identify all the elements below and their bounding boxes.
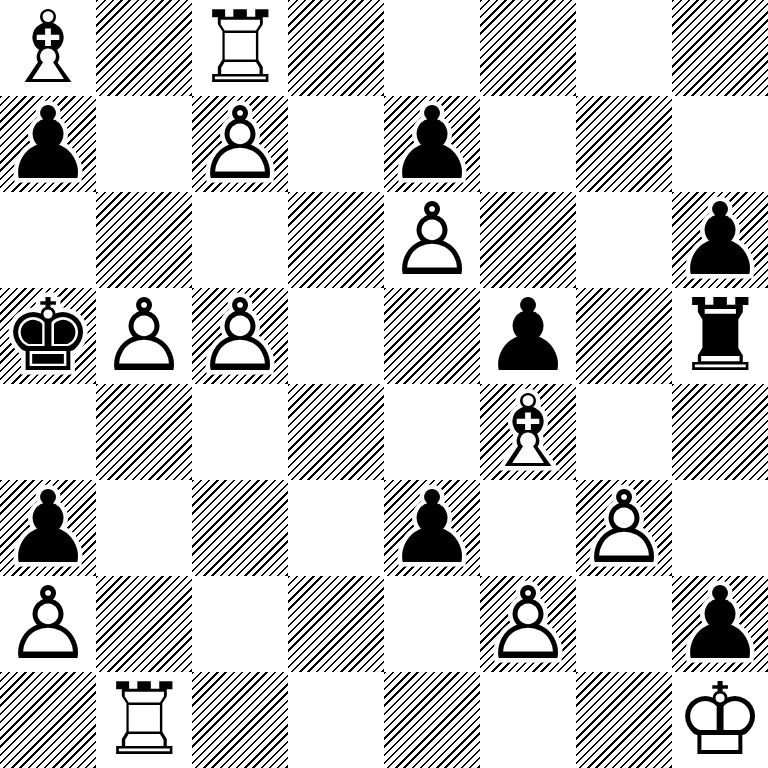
chess-board: ♝♗♜♖♟♟♟♙♟♟♟♙♟♟♚♚♟♙♟♙♟♟♜♜♝♗♟♟♟♟♟♙♟♙♟♙♟♟♜♖… bbox=[0, 0, 768, 768]
square-h8[interactable] bbox=[672, 0, 768, 96]
square-f3[interactable] bbox=[480, 480, 576, 576]
square-e4[interactable] bbox=[384, 384, 480, 480]
white-pawn-piece[interactable]: ♙ bbox=[0, 576, 96, 672]
square-d6[interactable] bbox=[288, 192, 384, 288]
square-h2[interactable]: ♟♟ bbox=[672, 576, 768, 672]
square-g5[interactable] bbox=[576, 288, 672, 384]
black-pawn-piece[interactable]: ♟ bbox=[672, 576, 768, 672]
square-d7[interactable] bbox=[288, 96, 384, 192]
square-b1[interactable]: ♜♖ bbox=[96, 672, 192, 768]
square-c7[interactable]: ♟♙ bbox=[192, 96, 288, 192]
square-h7[interactable] bbox=[672, 96, 768, 192]
square-c1[interactable] bbox=[192, 672, 288, 768]
square-e3[interactable]: ♟♟ bbox=[384, 480, 480, 576]
square-g6[interactable] bbox=[576, 192, 672, 288]
square-e7[interactable]: ♟♟ bbox=[384, 96, 480, 192]
square-h3[interactable] bbox=[672, 480, 768, 576]
square-g3[interactable]: ♟♙ bbox=[576, 480, 672, 576]
square-d3[interactable] bbox=[288, 480, 384, 576]
white-rook-piece[interactable]: ♖ bbox=[192, 0, 288, 96]
square-d8[interactable] bbox=[288, 0, 384, 96]
white-pawn-piece[interactable]: ♙ bbox=[576, 480, 672, 576]
white-rook-piece[interactable]: ♖ bbox=[96, 672, 192, 768]
square-h6[interactable]: ♟♟ bbox=[672, 192, 768, 288]
square-f7[interactable] bbox=[480, 96, 576, 192]
square-e1[interactable] bbox=[384, 672, 480, 768]
square-f4[interactable]: ♝♗ bbox=[480, 384, 576, 480]
square-c4[interactable] bbox=[192, 384, 288, 480]
square-e6[interactable]: ♟♙ bbox=[384, 192, 480, 288]
square-b8[interactable] bbox=[96, 0, 192, 96]
square-f6[interactable] bbox=[480, 192, 576, 288]
square-a4[interactable] bbox=[0, 384, 96, 480]
black-pawn-piece[interactable]: ♟ bbox=[0, 480, 96, 576]
white-bishop-piece[interactable]: ♗ bbox=[0, 0, 96, 96]
black-pawn-piece[interactable]: ♟ bbox=[0, 96, 96, 192]
white-king-piece[interactable]: ♔ bbox=[672, 672, 768, 768]
square-g8[interactable] bbox=[576, 0, 672, 96]
square-a6[interactable] bbox=[0, 192, 96, 288]
white-bishop-piece[interactable]: ♗ bbox=[480, 384, 576, 480]
square-b2[interactable] bbox=[96, 576, 192, 672]
square-a5[interactable]: ♚♚ bbox=[0, 288, 96, 384]
square-f5[interactable]: ♟♟ bbox=[480, 288, 576, 384]
square-f1[interactable] bbox=[480, 672, 576, 768]
square-g1[interactable] bbox=[576, 672, 672, 768]
square-c5[interactable]: ♟♙ bbox=[192, 288, 288, 384]
square-b7[interactable] bbox=[96, 96, 192, 192]
square-d1[interactable] bbox=[288, 672, 384, 768]
square-a8[interactable]: ♝♗ bbox=[0, 0, 96, 96]
square-b5[interactable]: ♟♙ bbox=[96, 288, 192, 384]
white-pawn-piece[interactable]: ♙ bbox=[480, 576, 576, 672]
square-a2[interactable]: ♟♙ bbox=[0, 576, 96, 672]
white-pawn-piece[interactable]: ♙ bbox=[384, 192, 480, 288]
white-pawn-piece[interactable]: ♙ bbox=[192, 288, 288, 384]
square-e5[interactable] bbox=[384, 288, 480, 384]
square-h4[interactable] bbox=[672, 384, 768, 480]
black-pawn-piece[interactable]: ♟ bbox=[480, 288, 576, 384]
square-g7[interactable] bbox=[576, 96, 672, 192]
black-rook-piece[interactable]: ♜ bbox=[672, 288, 768, 384]
square-c3[interactable] bbox=[192, 480, 288, 576]
white-pawn-piece[interactable]: ♙ bbox=[192, 96, 288, 192]
square-g4[interactable] bbox=[576, 384, 672, 480]
square-a7[interactable]: ♟♟ bbox=[0, 96, 96, 192]
square-d5[interactable] bbox=[288, 288, 384, 384]
square-a1[interactable] bbox=[0, 672, 96, 768]
black-pawn-piece[interactable]: ♟ bbox=[672, 192, 768, 288]
square-c8[interactable]: ♜♖ bbox=[192, 0, 288, 96]
square-b4[interactable] bbox=[96, 384, 192, 480]
black-pawn-piece[interactable]: ♟ bbox=[384, 480, 480, 576]
square-h5[interactable]: ♜♜ bbox=[672, 288, 768, 384]
black-king-piece[interactable]: ♚ bbox=[0, 288, 96, 384]
square-d4[interactable] bbox=[288, 384, 384, 480]
square-b6[interactable] bbox=[96, 192, 192, 288]
square-g2[interactable] bbox=[576, 576, 672, 672]
square-e8[interactable] bbox=[384, 0, 480, 96]
square-c6[interactable] bbox=[192, 192, 288, 288]
square-b3[interactable] bbox=[96, 480, 192, 576]
square-h1[interactable]: ♚♔ bbox=[672, 672, 768, 768]
black-pawn-piece[interactable]: ♟ bbox=[384, 96, 480, 192]
square-e2[interactable] bbox=[384, 576, 480, 672]
square-c2[interactable] bbox=[192, 576, 288, 672]
white-pawn-piece[interactable]: ♙ bbox=[96, 288, 192, 384]
square-f8[interactable] bbox=[480, 0, 576, 96]
square-a3[interactable]: ♟♟ bbox=[0, 480, 96, 576]
square-d2[interactable] bbox=[288, 576, 384, 672]
square-f2[interactable]: ♟♙ bbox=[480, 576, 576, 672]
